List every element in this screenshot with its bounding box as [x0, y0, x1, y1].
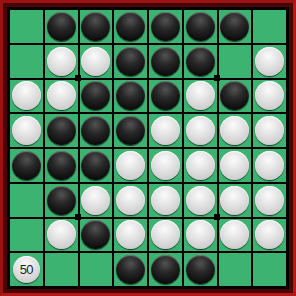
white-disc	[220, 186, 249, 215]
white-disc	[151, 186, 180, 215]
cell-f3[interactable]	[184, 80, 217, 113]
white-disc	[255, 81, 284, 110]
black-disc	[116, 81, 145, 110]
white-disc	[220, 220, 249, 249]
cell-h4[interactable]	[253, 114, 286, 147]
cell-b3[interactable]	[45, 80, 78, 113]
white-disc	[47, 81, 76, 110]
black-disc	[151, 12, 180, 41]
cell-d7[interactable]	[114, 219, 147, 252]
white-disc	[186, 116, 215, 145]
cell-h5[interactable]	[253, 149, 286, 182]
cell-e5[interactable]	[149, 149, 182, 182]
white-disc	[116, 186, 145, 215]
black-disc	[81, 81, 110, 110]
cell-g4[interactable]	[219, 114, 252, 147]
cell-c2[interactable]	[80, 45, 113, 78]
cell-e7[interactable]	[149, 219, 182, 252]
cell-b8[interactable]	[45, 253, 78, 286]
cell-e3[interactable]	[149, 80, 182, 113]
white-disc	[255, 47, 284, 76]
cell-d4[interactable]	[114, 114, 147, 147]
black-disc	[151, 81, 180, 110]
white-disc	[47, 220, 76, 249]
cell-e8[interactable]	[149, 253, 182, 286]
star-point	[75, 214, 81, 220]
black-disc	[186, 47, 215, 76]
black-disc	[116, 116, 145, 145]
white-disc	[255, 151, 284, 180]
white-disc	[255, 116, 284, 145]
star-point	[75, 75, 81, 81]
board-frame: 50	[0, 0, 296, 296]
black-disc	[47, 151, 76, 180]
cell-g6[interactable]	[219, 184, 252, 217]
white-disc	[116, 220, 145, 249]
cell-e2[interactable]	[149, 45, 182, 78]
cell-g1[interactable]	[219, 10, 252, 43]
cell-e1[interactable]	[149, 10, 182, 43]
cell-a6[interactable]	[10, 184, 43, 217]
white-disc	[47, 47, 76, 76]
cell-b1[interactable]	[45, 10, 78, 43]
cell-a8[interactable]: 50	[10, 253, 43, 286]
cell-d5[interactable]	[114, 149, 147, 182]
cell-a7[interactable]	[10, 219, 43, 252]
star-point	[214, 75, 220, 81]
cell-c4[interactable]	[80, 114, 113, 147]
white-disc	[116, 151, 145, 180]
white-disc	[186, 186, 215, 215]
white-disc	[151, 151, 180, 180]
cell-d3[interactable]	[114, 80, 147, 113]
white-disc: 50	[13, 256, 40, 283]
cell-d6[interactable]	[114, 184, 147, 217]
black-disc	[116, 12, 145, 41]
black-disc	[47, 186, 76, 215]
white-disc	[81, 186, 110, 215]
cell-f8[interactable]	[184, 253, 217, 286]
white-disc	[220, 151, 249, 180]
cell-h7[interactable]	[253, 219, 286, 252]
black-disc	[116, 255, 145, 284]
white-disc	[220, 116, 249, 145]
cell-c8[interactable]	[80, 253, 113, 286]
cell-g8[interactable]	[219, 253, 252, 286]
star-point	[214, 214, 220, 220]
white-disc	[255, 186, 284, 215]
cell-h6[interactable]	[253, 184, 286, 217]
othello-board: 50	[7, 7, 289, 289]
cell-c7[interactable]	[80, 219, 113, 252]
cell-h3[interactable]	[253, 80, 286, 113]
cell-f1[interactable]	[184, 10, 217, 43]
cell-f2[interactable]	[184, 45, 217, 78]
black-disc	[220, 81, 249, 110]
black-disc	[81, 151, 110, 180]
cell-h2[interactable]	[253, 45, 286, 78]
black-disc	[47, 12, 76, 41]
cell-c6[interactable]	[80, 184, 113, 217]
cell-f5[interactable]	[184, 149, 217, 182]
black-disc	[12, 151, 41, 180]
black-disc	[81, 116, 110, 145]
cell-a4[interactable]	[10, 114, 43, 147]
cell-a2[interactable]	[10, 45, 43, 78]
cell-a1[interactable]	[10, 10, 43, 43]
cell-c3[interactable]	[80, 80, 113, 113]
cell-g3[interactable]	[219, 80, 252, 113]
cell-g7[interactable]	[219, 219, 252, 252]
cell-b7[interactable]	[45, 219, 78, 252]
cell-h8[interactable]	[253, 253, 286, 286]
cell-f7[interactable]	[184, 219, 217, 252]
white-disc	[151, 220, 180, 249]
white-disc	[81, 47, 110, 76]
black-disc	[81, 220, 110, 249]
white-disc	[186, 151, 215, 180]
cell-a5[interactable]	[10, 149, 43, 182]
move-number-label: 50	[20, 263, 33, 276]
cell-g5[interactable]	[219, 149, 252, 182]
cell-f4[interactable]	[184, 114, 217, 147]
white-disc	[186, 81, 215, 110]
white-disc	[12, 81, 41, 110]
cell-d1[interactable]	[114, 10, 147, 43]
black-disc	[151, 255, 180, 284]
black-disc	[81, 12, 110, 41]
cell-e4[interactable]	[149, 114, 182, 147]
black-disc	[151, 47, 180, 76]
cell-b6[interactable]	[45, 184, 78, 217]
cell-d2[interactable]	[114, 45, 147, 78]
white-disc	[151, 116, 180, 145]
cell-b5[interactable]	[45, 149, 78, 182]
black-disc	[220, 12, 249, 41]
white-disc	[255, 220, 284, 249]
cell-g2[interactable]	[219, 45, 252, 78]
cell-h1[interactable]	[253, 10, 286, 43]
white-disc	[12, 116, 41, 145]
cell-e6[interactable]	[149, 184, 182, 217]
cell-a3[interactable]	[10, 80, 43, 113]
cell-c5[interactable]	[80, 149, 113, 182]
cell-d8[interactable]	[114, 253, 147, 286]
cell-b2[interactable]	[45, 45, 78, 78]
cell-b4[interactable]	[45, 114, 78, 147]
black-disc	[186, 12, 215, 41]
white-disc	[186, 220, 215, 249]
black-disc	[47, 116, 76, 145]
black-disc	[116, 47, 145, 76]
black-disc	[186, 255, 215, 284]
cell-c1[interactable]	[80, 10, 113, 43]
cell-f6[interactable]	[184, 184, 217, 217]
